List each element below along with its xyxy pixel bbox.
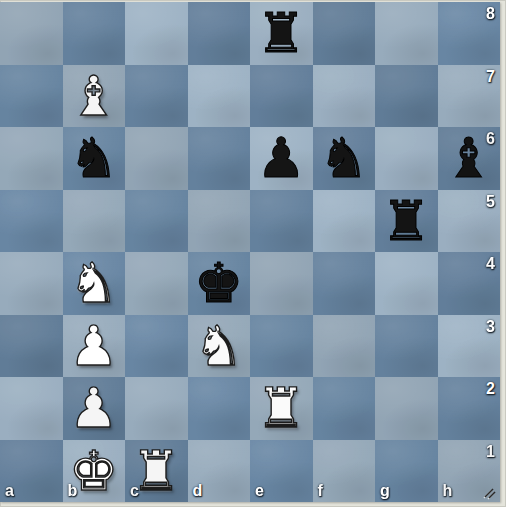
square-b2[interactable]: ♟ bbox=[63, 377, 126, 440]
square-g5[interactable]: ♜ bbox=[375, 190, 438, 253]
square-b6[interactable]: ♞ bbox=[63, 127, 126, 190]
white-pawn-b2[interactable]: ♟ bbox=[69, 377, 118, 440]
square-a3[interactable] bbox=[0, 315, 63, 378]
square-b1[interactable]: ♚b bbox=[63, 440, 126, 503]
black-king-d4[interactable]: ♚ bbox=[194, 252, 243, 315]
square-f4[interactable] bbox=[313, 252, 376, 315]
square-c3[interactable] bbox=[125, 315, 188, 378]
white-knight-d3[interactable]: ♞ bbox=[194, 315, 243, 378]
square-h6[interactable]: ♝6 bbox=[438, 127, 501, 190]
square-d8[interactable] bbox=[188, 2, 251, 65]
square-b8[interactable] bbox=[63, 2, 126, 65]
square-b5[interactable] bbox=[63, 190, 126, 253]
square-g6[interactable] bbox=[375, 127, 438, 190]
square-h5[interactable]: 5 bbox=[438, 190, 501, 253]
white-pawn-b3[interactable]: ♟ bbox=[69, 315, 118, 378]
square-e2[interactable]: ♜ bbox=[250, 377, 313, 440]
white-rook-c1[interactable]: ♜ bbox=[132, 440, 181, 503]
square-d6[interactable] bbox=[188, 127, 251, 190]
square-h1[interactable]: h1 bbox=[438, 440, 501, 503]
white-rook-e2[interactable]: ♜ bbox=[257, 377, 306, 440]
square-g3[interactable] bbox=[375, 315, 438, 378]
rank-label-2: 2 bbox=[486, 381, 495, 397]
square-h3[interactable]: 3 bbox=[438, 315, 501, 378]
chess-board: ♜8♝7♞♟♞♝6♜5♞♚4♟♞3♟♜2a♚b♜cdefgh1 bbox=[0, 2, 500, 502]
square-h2[interactable]: 2 bbox=[438, 377, 501, 440]
square-a8[interactable] bbox=[0, 2, 63, 65]
square-g1[interactable]: g bbox=[375, 440, 438, 503]
square-d2[interactable] bbox=[188, 377, 251, 440]
square-g2[interactable] bbox=[375, 377, 438, 440]
square-e4[interactable] bbox=[250, 252, 313, 315]
square-c4[interactable] bbox=[125, 252, 188, 315]
black-rook-g5[interactable]: ♜ bbox=[382, 190, 431, 253]
black-pawn-e6[interactable]: ♟ bbox=[257, 127, 306, 190]
square-e8[interactable]: ♜ bbox=[250, 2, 313, 65]
file-label-h: h bbox=[443, 483, 453, 499]
resize-handle-icon[interactable] bbox=[482, 485, 498, 501]
rank-label-1: 1 bbox=[486, 444, 495, 460]
square-c8[interactable] bbox=[125, 2, 188, 65]
square-h7[interactable]: 7 bbox=[438, 65, 501, 128]
square-g7[interactable] bbox=[375, 65, 438, 128]
square-c2[interactable] bbox=[125, 377, 188, 440]
white-king-b1[interactable]: ♚ bbox=[69, 440, 118, 503]
black-knight-b6[interactable]: ♞ bbox=[69, 127, 118, 190]
file-label-f: f bbox=[318, 483, 323, 499]
rank-label-4: 4 bbox=[486, 256, 495, 272]
rank-label-8: 8 bbox=[486, 6, 495, 22]
square-a5[interactable] bbox=[0, 190, 63, 253]
square-e3[interactable] bbox=[250, 315, 313, 378]
square-e1[interactable]: e bbox=[250, 440, 313, 503]
square-c5[interactable] bbox=[125, 190, 188, 253]
square-a1[interactable]: a bbox=[0, 440, 63, 503]
square-g8[interactable] bbox=[375, 2, 438, 65]
square-a2[interactable] bbox=[0, 377, 63, 440]
square-e7[interactable] bbox=[250, 65, 313, 128]
black-rook-e8[interactable]: ♜ bbox=[257, 2, 306, 65]
file-label-d: d bbox=[193, 483, 203, 499]
square-h8[interactable]: 8 bbox=[438, 2, 501, 65]
square-d5[interactable] bbox=[188, 190, 251, 253]
square-f8[interactable] bbox=[313, 2, 376, 65]
square-e5[interactable] bbox=[250, 190, 313, 253]
rank-label-7: 7 bbox=[486, 69, 495, 85]
square-b3[interactable]: ♟ bbox=[63, 315, 126, 378]
square-c7[interactable] bbox=[125, 65, 188, 128]
square-a6[interactable] bbox=[0, 127, 63, 190]
square-h4[interactable]: 4 bbox=[438, 252, 501, 315]
square-f6[interactable]: ♞ bbox=[313, 127, 376, 190]
square-c1[interactable]: ♜c bbox=[125, 440, 188, 503]
square-f1[interactable]: f bbox=[313, 440, 376, 503]
square-d3[interactable]: ♞ bbox=[188, 315, 251, 378]
square-b7[interactable]: ♝ bbox=[63, 65, 126, 128]
white-knight-b4[interactable]: ♞ bbox=[69, 252, 118, 315]
square-d4[interactable]: ♚ bbox=[188, 252, 251, 315]
file-label-g: g bbox=[380, 483, 390, 499]
black-knight-f6[interactable]: ♞ bbox=[319, 127, 368, 190]
square-c6[interactable] bbox=[125, 127, 188, 190]
square-a7[interactable] bbox=[0, 65, 63, 128]
square-b4[interactable]: ♞ bbox=[63, 252, 126, 315]
square-f3[interactable] bbox=[313, 315, 376, 378]
square-a4[interactable] bbox=[0, 252, 63, 315]
square-f5[interactable] bbox=[313, 190, 376, 253]
square-f7[interactable] bbox=[313, 65, 376, 128]
square-d7[interactable] bbox=[188, 65, 251, 128]
rank-label-5: 5 bbox=[486, 194, 495, 210]
board-frame: ♜8♝7♞♟♞♝6♜5♞♚4♟♞3♟♜2a♚b♜cdefgh1 bbox=[0, 0, 506, 507]
square-f2[interactable] bbox=[313, 377, 376, 440]
square-d1[interactable]: d bbox=[188, 440, 251, 503]
rank-label-3: 3 bbox=[486, 319, 495, 335]
black-bishop-h6[interactable]: ♝ bbox=[444, 127, 493, 190]
file-label-e: e bbox=[255, 483, 264, 499]
file-label-a: a bbox=[5, 483, 14, 499]
white-bishop-b7[interactable]: ♝ bbox=[69, 65, 118, 128]
square-e6[interactable]: ♟ bbox=[250, 127, 313, 190]
square-g4[interactable] bbox=[375, 252, 438, 315]
